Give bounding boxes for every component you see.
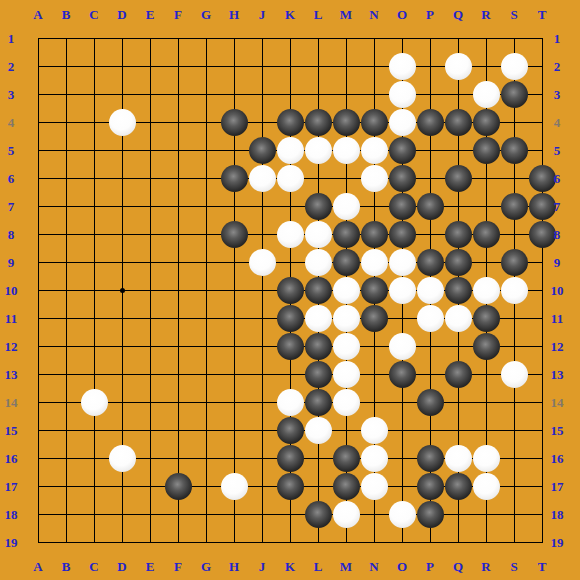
intersection-L16[interactable] bbox=[304, 444, 332, 472]
intersection-T5[interactable] bbox=[528, 136, 556, 164]
intersection-N19[interactable] bbox=[360, 528, 388, 556]
intersection-C6[interactable] bbox=[80, 164, 108, 192]
intersection-C14[interactable] bbox=[80, 388, 108, 416]
intersection-F3[interactable] bbox=[164, 80, 192, 108]
intersection-P8[interactable] bbox=[416, 220, 444, 248]
intersection-Q10[interactable] bbox=[444, 276, 472, 304]
intersection-H1[interactable] bbox=[220, 24, 248, 52]
intersection-N15[interactable] bbox=[360, 416, 388, 444]
intersection-R12[interactable] bbox=[472, 332, 500, 360]
intersection-H2[interactable] bbox=[220, 52, 248, 80]
intersection-C7[interactable] bbox=[80, 192, 108, 220]
intersection-Q4[interactable] bbox=[444, 108, 472, 136]
intersection-O10[interactable] bbox=[388, 276, 416, 304]
intersection-G3[interactable] bbox=[192, 80, 220, 108]
intersection-E14[interactable] bbox=[136, 388, 164, 416]
intersection-G5[interactable] bbox=[192, 136, 220, 164]
intersection-Q17[interactable] bbox=[444, 472, 472, 500]
intersection-B14[interactable] bbox=[52, 388, 80, 416]
intersection-D10[interactable] bbox=[108, 276, 136, 304]
intersection-L8[interactable] bbox=[304, 220, 332, 248]
intersection-B7[interactable] bbox=[52, 192, 80, 220]
intersection-D5[interactable] bbox=[108, 136, 136, 164]
intersection-D3[interactable] bbox=[108, 80, 136, 108]
intersection-R9[interactable] bbox=[472, 248, 500, 276]
intersection-E9[interactable] bbox=[136, 248, 164, 276]
intersection-H18[interactable] bbox=[220, 500, 248, 528]
intersection-B6[interactable] bbox=[52, 164, 80, 192]
intersection-C13[interactable] bbox=[80, 360, 108, 388]
intersection-R14[interactable] bbox=[472, 388, 500, 416]
intersection-L15[interactable] bbox=[304, 416, 332, 444]
intersection-B11[interactable] bbox=[52, 304, 80, 332]
intersection-D15[interactable] bbox=[108, 416, 136, 444]
intersection-K9[interactable] bbox=[276, 248, 304, 276]
intersection-L13[interactable] bbox=[304, 360, 332, 388]
intersection-P14[interactable] bbox=[416, 388, 444, 416]
intersection-A11[interactable] bbox=[24, 304, 52, 332]
intersection-L10[interactable] bbox=[304, 276, 332, 304]
intersection-E7[interactable] bbox=[136, 192, 164, 220]
intersection-N14[interactable] bbox=[360, 388, 388, 416]
intersection-D8[interactable] bbox=[108, 220, 136, 248]
intersection-D2[interactable] bbox=[108, 52, 136, 80]
intersection-G12[interactable] bbox=[192, 332, 220, 360]
intersection-T4[interactable] bbox=[528, 108, 556, 136]
intersection-L4[interactable] bbox=[304, 108, 332, 136]
intersection-A16[interactable] bbox=[24, 444, 52, 472]
intersection-S6[interactable] bbox=[500, 164, 528, 192]
intersection-E2[interactable] bbox=[136, 52, 164, 80]
intersection-S8[interactable] bbox=[500, 220, 528, 248]
intersection-C19[interactable] bbox=[80, 528, 108, 556]
intersection-K15[interactable] bbox=[276, 416, 304, 444]
intersection-Q14[interactable] bbox=[444, 388, 472, 416]
intersection-R4[interactable] bbox=[472, 108, 500, 136]
intersection-P7[interactable] bbox=[416, 192, 444, 220]
intersection-M3[interactable] bbox=[332, 80, 360, 108]
intersection-P10[interactable] bbox=[416, 276, 444, 304]
intersection-N16[interactable] bbox=[360, 444, 388, 472]
intersection-A2[interactable] bbox=[24, 52, 52, 80]
intersection-P11[interactable] bbox=[416, 304, 444, 332]
intersection-N10[interactable] bbox=[360, 276, 388, 304]
intersection-R1[interactable] bbox=[472, 24, 500, 52]
intersection-B16[interactable] bbox=[52, 444, 80, 472]
intersection-F7[interactable] bbox=[164, 192, 192, 220]
intersection-D9[interactable] bbox=[108, 248, 136, 276]
intersection-B15[interactable] bbox=[52, 416, 80, 444]
intersection-J15[interactable] bbox=[248, 416, 276, 444]
intersection-C18[interactable] bbox=[80, 500, 108, 528]
intersection-B8[interactable] bbox=[52, 220, 80, 248]
intersection-L2[interactable] bbox=[304, 52, 332, 80]
intersection-G18[interactable] bbox=[192, 500, 220, 528]
intersection-A5[interactable] bbox=[24, 136, 52, 164]
intersection-K5[interactable] bbox=[276, 136, 304, 164]
intersection-N12[interactable] bbox=[360, 332, 388, 360]
intersection-Q5[interactable] bbox=[444, 136, 472, 164]
intersection-K10[interactable] bbox=[276, 276, 304, 304]
intersection-H3[interactable] bbox=[220, 80, 248, 108]
intersection-S1[interactable] bbox=[500, 24, 528, 52]
intersection-B17[interactable] bbox=[52, 472, 80, 500]
intersection-H4[interactable] bbox=[220, 108, 248, 136]
intersection-T7[interactable] bbox=[528, 192, 556, 220]
intersection-B13[interactable] bbox=[52, 360, 80, 388]
intersection-N2[interactable] bbox=[360, 52, 388, 80]
intersection-R7[interactable] bbox=[472, 192, 500, 220]
intersection-O11[interactable] bbox=[388, 304, 416, 332]
intersection-K13[interactable] bbox=[276, 360, 304, 388]
intersection-F14[interactable] bbox=[164, 388, 192, 416]
intersection-P2[interactable] bbox=[416, 52, 444, 80]
intersection-C15[interactable] bbox=[80, 416, 108, 444]
intersection-O3[interactable] bbox=[388, 80, 416, 108]
intersection-A6[interactable] bbox=[24, 164, 52, 192]
intersection-T6[interactable] bbox=[528, 164, 556, 192]
intersection-H14[interactable] bbox=[220, 388, 248, 416]
intersection-Q15[interactable] bbox=[444, 416, 472, 444]
intersection-M11[interactable] bbox=[332, 304, 360, 332]
intersection-R6[interactable] bbox=[472, 164, 500, 192]
intersection-Q16[interactable] bbox=[444, 444, 472, 472]
intersection-J1[interactable] bbox=[248, 24, 276, 52]
intersection-E8[interactable] bbox=[136, 220, 164, 248]
intersection-N5[interactable] bbox=[360, 136, 388, 164]
intersection-D19[interactable] bbox=[108, 528, 136, 556]
intersection-O15[interactable] bbox=[388, 416, 416, 444]
intersection-L14[interactable] bbox=[304, 388, 332, 416]
intersection-C16[interactable] bbox=[80, 444, 108, 472]
intersection-S7[interactable] bbox=[500, 192, 528, 220]
intersection-R5[interactable] bbox=[472, 136, 500, 164]
intersection-F6[interactable] bbox=[164, 164, 192, 192]
intersection-P19[interactable] bbox=[416, 528, 444, 556]
intersection-Q19[interactable] bbox=[444, 528, 472, 556]
intersection-J6[interactable] bbox=[248, 164, 276, 192]
intersection-F17[interactable] bbox=[164, 472, 192, 500]
intersection-J19[interactable] bbox=[248, 528, 276, 556]
intersection-D7[interactable] bbox=[108, 192, 136, 220]
intersection-J14[interactable] bbox=[248, 388, 276, 416]
intersection-A8[interactable] bbox=[24, 220, 52, 248]
intersection-H9[interactable] bbox=[220, 248, 248, 276]
intersection-M1[interactable] bbox=[332, 24, 360, 52]
intersection-Q1[interactable] bbox=[444, 24, 472, 52]
intersection-R2[interactable] bbox=[472, 52, 500, 80]
intersection-K7[interactable] bbox=[276, 192, 304, 220]
intersection-D13[interactable] bbox=[108, 360, 136, 388]
intersection-N13[interactable] bbox=[360, 360, 388, 388]
intersection-G1[interactable] bbox=[192, 24, 220, 52]
intersection-S9[interactable] bbox=[500, 248, 528, 276]
intersection-K6[interactable] bbox=[276, 164, 304, 192]
intersection-F12[interactable] bbox=[164, 332, 192, 360]
intersection-Q12[interactable] bbox=[444, 332, 472, 360]
intersection-L3[interactable] bbox=[304, 80, 332, 108]
intersection-M6[interactable] bbox=[332, 164, 360, 192]
intersection-J9[interactable] bbox=[248, 248, 276, 276]
intersection-M2[interactable] bbox=[332, 52, 360, 80]
intersection-O1[interactable] bbox=[388, 24, 416, 52]
intersection-L7[interactable] bbox=[304, 192, 332, 220]
intersection-M17[interactable] bbox=[332, 472, 360, 500]
intersection-L5[interactable] bbox=[304, 136, 332, 164]
intersection-P1[interactable] bbox=[416, 24, 444, 52]
intersection-J16[interactable] bbox=[248, 444, 276, 472]
intersection-E19[interactable] bbox=[136, 528, 164, 556]
intersection-L1[interactable] bbox=[304, 24, 332, 52]
intersection-J7[interactable] bbox=[248, 192, 276, 220]
intersection-C5[interactable] bbox=[80, 136, 108, 164]
intersection-S16[interactable] bbox=[500, 444, 528, 472]
intersection-N17[interactable] bbox=[360, 472, 388, 500]
intersection-M10[interactable] bbox=[332, 276, 360, 304]
intersection-O19[interactable] bbox=[388, 528, 416, 556]
intersection-J5[interactable] bbox=[248, 136, 276, 164]
intersection-J2[interactable] bbox=[248, 52, 276, 80]
intersection-B1[interactable] bbox=[52, 24, 80, 52]
intersection-P12[interactable] bbox=[416, 332, 444, 360]
intersection-G15[interactable] bbox=[192, 416, 220, 444]
intersection-G2[interactable] bbox=[192, 52, 220, 80]
intersection-C9[interactable] bbox=[80, 248, 108, 276]
intersection-K17[interactable] bbox=[276, 472, 304, 500]
intersection-J3[interactable] bbox=[248, 80, 276, 108]
intersection-S13[interactable] bbox=[500, 360, 528, 388]
intersection-H15[interactable] bbox=[220, 416, 248, 444]
intersection-Q6[interactable] bbox=[444, 164, 472, 192]
intersection-N9[interactable] bbox=[360, 248, 388, 276]
intersection-L12[interactable] bbox=[304, 332, 332, 360]
intersection-A9[interactable] bbox=[24, 248, 52, 276]
intersection-M13[interactable] bbox=[332, 360, 360, 388]
intersection-F10[interactable] bbox=[164, 276, 192, 304]
intersection-K1[interactable] bbox=[276, 24, 304, 52]
intersection-H11[interactable] bbox=[220, 304, 248, 332]
intersection-H17[interactable] bbox=[220, 472, 248, 500]
intersection-T8[interactable] bbox=[528, 220, 556, 248]
intersection-F8[interactable] bbox=[164, 220, 192, 248]
intersection-B9[interactable] bbox=[52, 248, 80, 276]
intersection-H12[interactable] bbox=[220, 332, 248, 360]
intersection-A10[interactable] bbox=[24, 276, 52, 304]
intersection-J10[interactable] bbox=[248, 276, 276, 304]
intersection-A1[interactable] bbox=[24, 24, 52, 52]
intersection-G9[interactable] bbox=[192, 248, 220, 276]
intersection-K8[interactable] bbox=[276, 220, 304, 248]
intersection-M8[interactable] bbox=[332, 220, 360, 248]
intersection-D6[interactable] bbox=[108, 164, 136, 192]
intersection-N18[interactable] bbox=[360, 500, 388, 528]
intersection-E4[interactable] bbox=[136, 108, 164, 136]
intersection-N6[interactable] bbox=[360, 164, 388, 192]
intersection-S19[interactable] bbox=[500, 528, 528, 556]
intersection-E3[interactable] bbox=[136, 80, 164, 108]
intersection-J13[interactable] bbox=[248, 360, 276, 388]
intersection-P17[interactable] bbox=[416, 472, 444, 500]
intersection-S11[interactable] bbox=[500, 304, 528, 332]
intersection-K18[interactable] bbox=[276, 500, 304, 528]
intersection-E11[interactable] bbox=[136, 304, 164, 332]
intersection-R17[interactable] bbox=[472, 472, 500, 500]
intersection-L18[interactable] bbox=[304, 500, 332, 528]
intersection-E12[interactable] bbox=[136, 332, 164, 360]
intersection-L19[interactable] bbox=[304, 528, 332, 556]
intersection-K19[interactable] bbox=[276, 528, 304, 556]
intersection-G4[interactable] bbox=[192, 108, 220, 136]
intersection-A3[interactable] bbox=[24, 80, 52, 108]
intersection-L9[interactable] bbox=[304, 248, 332, 276]
intersection-M18[interactable] bbox=[332, 500, 360, 528]
intersection-K4[interactable] bbox=[276, 108, 304, 136]
intersection-M12[interactable] bbox=[332, 332, 360, 360]
intersection-B12[interactable] bbox=[52, 332, 80, 360]
intersection-M16[interactable] bbox=[332, 444, 360, 472]
intersection-R18[interactable] bbox=[472, 500, 500, 528]
intersection-O4[interactable] bbox=[388, 108, 416, 136]
intersection-Q9[interactable] bbox=[444, 248, 472, 276]
intersection-C11[interactable] bbox=[80, 304, 108, 332]
intersection-D4[interactable] bbox=[108, 108, 136, 136]
intersection-P6[interactable] bbox=[416, 164, 444, 192]
intersection-P9[interactable] bbox=[416, 248, 444, 276]
intersection-G14[interactable] bbox=[192, 388, 220, 416]
intersection-E18[interactable] bbox=[136, 500, 164, 528]
intersection-S18[interactable] bbox=[500, 500, 528, 528]
intersection-O17[interactable] bbox=[388, 472, 416, 500]
intersection-T2[interactable] bbox=[528, 52, 556, 80]
intersection-L17[interactable] bbox=[304, 472, 332, 500]
intersection-N8[interactable] bbox=[360, 220, 388, 248]
intersection-G11[interactable] bbox=[192, 304, 220, 332]
intersection-A14[interactable] bbox=[24, 388, 52, 416]
intersection-J11[interactable] bbox=[248, 304, 276, 332]
intersection-F19[interactable] bbox=[164, 528, 192, 556]
intersection-J8[interactable] bbox=[248, 220, 276, 248]
intersection-F13[interactable] bbox=[164, 360, 192, 388]
intersection-B10[interactable] bbox=[52, 276, 80, 304]
intersection-Q2[interactable] bbox=[444, 52, 472, 80]
intersection-Q3[interactable] bbox=[444, 80, 472, 108]
intersection-D17[interactable] bbox=[108, 472, 136, 500]
intersection-Q18[interactable] bbox=[444, 500, 472, 528]
intersection-M4[interactable] bbox=[332, 108, 360, 136]
intersection-J4[interactable] bbox=[248, 108, 276, 136]
intersection-J17[interactable] bbox=[248, 472, 276, 500]
intersection-N7[interactable] bbox=[360, 192, 388, 220]
intersection-N4[interactable] bbox=[360, 108, 388, 136]
intersection-S12[interactable] bbox=[500, 332, 528, 360]
intersection-O2[interactable] bbox=[388, 52, 416, 80]
intersection-D11[interactable] bbox=[108, 304, 136, 332]
intersection-S5[interactable] bbox=[500, 136, 528, 164]
intersection-F5[interactable] bbox=[164, 136, 192, 164]
intersection-D18[interactable] bbox=[108, 500, 136, 528]
intersection-T1[interactable] bbox=[528, 24, 556, 52]
intersection-G17[interactable] bbox=[192, 472, 220, 500]
intersection-T9[interactable] bbox=[528, 248, 556, 276]
intersection-H19[interactable] bbox=[220, 528, 248, 556]
intersection-O14[interactable] bbox=[388, 388, 416, 416]
intersection-A18[interactable] bbox=[24, 500, 52, 528]
intersection-D14[interactable] bbox=[108, 388, 136, 416]
intersection-O18[interactable] bbox=[388, 500, 416, 528]
intersection-F16[interactable] bbox=[164, 444, 192, 472]
intersection-K3[interactable] bbox=[276, 80, 304, 108]
intersection-O9[interactable] bbox=[388, 248, 416, 276]
intersection-H5[interactable] bbox=[220, 136, 248, 164]
intersection-E17[interactable] bbox=[136, 472, 164, 500]
intersection-S4[interactable] bbox=[500, 108, 528, 136]
intersection-O6[interactable] bbox=[388, 164, 416, 192]
intersection-O12[interactable] bbox=[388, 332, 416, 360]
intersection-G13[interactable] bbox=[192, 360, 220, 388]
intersection-S14[interactable] bbox=[500, 388, 528, 416]
intersection-C2[interactable] bbox=[80, 52, 108, 80]
intersection-L6[interactable] bbox=[304, 164, 332, 192]
intersection-E6[interactable] bbox=[136, 164, 164, 192]
intersection-S17[interactable] bbox=[500, 472, 528, 500]
intersection-D12[interactable] bbox=[108, 332, 136, 360]
intersection-P3[interactable] bbox=[416, 80, 444, 108]
intersection-G7[interactable] bbox=[192, 192, 220, 220]
intersection-H6[interactable] bbox=[220, 164, 248, 192]
intersection-A12[interactable] bbox=[24, 332, 52, 360]
intersection-C12[interactable] bbox=[80, 332, 108, 360]
intersection-A13[interactable] bbox=[24, 360, 52, 388]
intersection-P16[interactable] bbox=[416, 444, 444, 472]
intersection-M14[interactable] bbox=[332, 388, 360, 416]
intersection-A4[interactable] bbox=[24, 108, 52, 136]
intersection-E13[interactable] bbox=[136, 360, 164, 388]
intersection-K11[interactable] bbox=[276, 304, 304, 332]
intersection-E1[interactable] bbox=[136, 24, 164, 52]
intersection-J12[interactable] bbox=[248, 332, 276, 360]
intersection-K12[interactable] bbox=[276, 332, 304, 360]
intersection-C3[interactable] bbox=[80, 80, 108, 108]
intersection-R15[interactable] bbox=[472, 416, 500, 444]
intersection-F18[interactable] bbox=[164, 500, 192, 528]
intersection-C1[interactable] bbox=[80, 24, 108, 52]
intersection-A7[interactable] bbox=[24, 192, 52, 220]
intersection-P4[interactable] bbox=[416, 108, 444, 136]
intersection-S10[interactable] bbox=[500, 276, 528, 304]
intersection-S15[interactable] bbox=[500, 416, 528, 444]
intersection-F2[interactable] bbox=[164, 52, 192, 80]
intersection-P5[interactable] bbox=[416, 136, 444, 164]
intersection-F4[interactable] bbox=[164, 108, 192, 136]
intersection-M5[interactable] bbox=[332, 136, 360, 164]
intersection-K16[interactable] bbox=[276, 444, 304, 472]
intersection-G19[interactable] bbox=[192, 528, 220, 556]
intersection-B19[interactable] bbox=[52, 528, 80, 556]
intersection-S2[interactable] bbox=[500, 52, 528, 80]
intersection-Q7[interactable] bbox=[444, 192, 472, 220]
intersection-C17[interactable] bbox=[80, 472, 108, 500]
intersection-O13[interactable] bbox=[388, 360, 416, 388]
intersection-D16[interactable] bbox=[108, 444, 136, 472]
intersection-H16[interactable] bbox=[220, 444, 248, 472]
intersection-R10[interactable] bbox=[472, 276, 500, 304]
intersection-A19[interactable] bbox=[24, 528, 52, 556]
intersection-H10[interactable] bbox=[220, 276, 248, 304]
intersection-O8[interactable] bbox=[388, 220, 416, 248]
intersection-S3[interactable] bbox=[500, 80, 528, 108]
intersection-P13[interactable] bbox=[416, 360, 444, 388]
intersection-F1[interactable] bbox=[164, 24, 192, 52]
